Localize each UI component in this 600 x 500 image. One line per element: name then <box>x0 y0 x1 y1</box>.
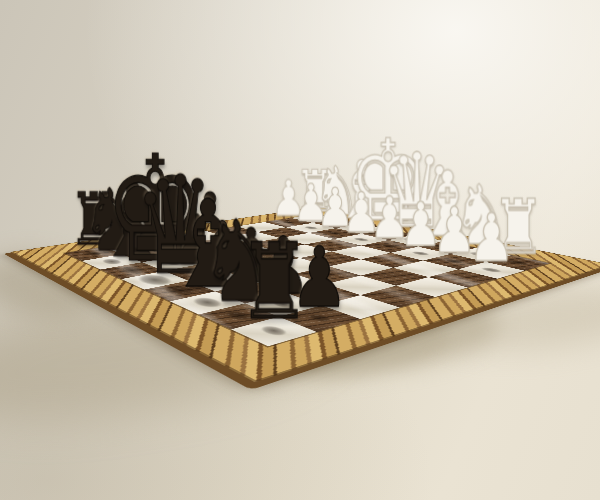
piece-glyph: ♜ <box>130 231 417 331</box>
scene-background: ♜♞♝♚♛♝♞♜♟♟♟♟♟♟♟♟♟♟♟♟♟♟♟♟♜♞♝♚♛♝♞♜ <box>0 0 600 500</box>
chess-board: ♜♞♝♚♛♝♞♜♟♟♟♟♟♟♟♟♟♟♟♟♟♟♟♟♜♞♝♚♛♝♞♜ <box>10 207 600 383</box>
pieces-layer: ♜♞♝♚♛♝♞♜♟♟♟♟♟♟♟♟♟♟♟♟♟♟♟♟♜♞♝♚♛♝♞♜ <box>65 214 550 346</box>
perspective-scene: ♜♞♝♚♛♝♞♜♟♟♟♟♟♟♟♟♟♟♟♟♟♟♟♟♜♞♝♚♛♝♞♜ <box>0 0 600 500</box>
